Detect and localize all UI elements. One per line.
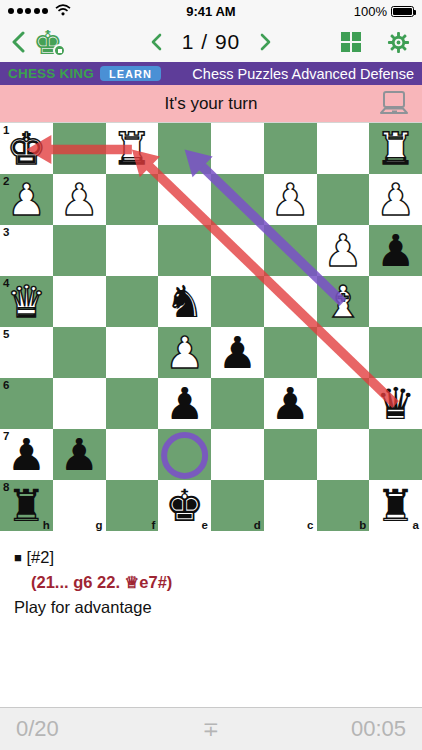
square-g4[interactable] [53, 276, 106, 327]
black-pawn-h7[interactable]: ♟ [0, 429, 53, 480]
square-f8[interactable]: f [106, 480, 159, 531]
square-d7[interactable] [211, 429, 264, 480]
black-queen-a6[interactable]: ♛ [369, 378, 422, 429]
square-a8[interactable]: a♜ [369, 480, 422, 531]
square-b1[interactable] [317, 123, 370, 174]
square-a3[interactable]: ♟ [369, 225, 422, 276]
white-pawn-g2[interactable]: ♟ [53, 174, 106, 225]
black-rook-h8[interactable]: ♜ [0, 480, 53, 531]
square-c4[interactable] [264, 276, 317, 327]
square-c6[interactable]: ♟ [264, 378, 317, 429]
square-a5[interactable] [369, 327, 422, 378]
square-b7[interactable] [317, 429, 370, 480]
turn-message: It's your turn [164, 94, 257, 114]
square-a4[interactable] [369, 276, 422, 327]
rank-label: 5 [3, 328, 9, 340]
square-b3[interactable]: ♟ [317, 225, 370, 276]
square-d5[interactable]: ♟ [211, 327, 264, 378]
square-b8[interactable]: b [317, 480, 370, 531]
black-pawn-g7[interactable]: ♟ [53, 429, 106, 480]
square-c7[interactable] [264, 429, 317, 480]
white-queen-h4[interactable]: ♛ [0, 276, 53, 327]
square-c1[interactable] [264, 123, 317, 174]
square-a7[interactable] [369, 429, 422, 480]
turn-banner: It's your turn [0, 85, 422, 122]
square-d1[interactable] [211, 123, 264, 174]
puzzle-counter: 1 / 90 [182, 30, 241, 54]
side-to-move-indicator: ■ [14, 550, 22, 565]
square-b2[interactable] [317, 174, 370, 225]
back-button[interactable] [12, 31, 25, 53]
white-pawn-e5[interactable]: ♟ [158, 327, 211, 378]
white-pawn-a2[interactable]: ♟ [369, 174, 422, 225]
grid-icon [341, 32, 362, 53]
puzzle-instruction: Play for advantage [14, 598, 408, 617]
black-pawn-e6[interactable]: ♟ [158, 378, 211, 429]
white-king-h1[interactable]: ♚ [0, 123, 53, 174]
battery-percent: 100% [354, 4, 387, 19]
white-pawn-h2[interactable]: ♟ [0, 174, 53, 225]
square-a2[interactable]: ♟ [369, 174, 422, 225]
square-f3[interactable] [106, 225, 159, 276]
square-a6[interactable]: ♛ [369, 378, 422, 429]
footer-bar: ∓ 0/20 00:05 [0, 707, 422, 750]
square-d4[interactable] [211, 276, 264, 327]
puzzle-task: [#2] [26, 548, 54, 566]
square-h1[interactable]: 1♚ [0, 123, 53, 174]
course-title: Chess Puzzles Advanced Defense [192, 66, 414, 82]
square-h8[interactable]: 8h♜ [0, 480, 53, 531]
square-g5[interactable] [53, 327, 106, 378]
black-pawn-d5[interactable]: ♟ [211, 327, 264, 378]
settings-button[interactable] [387, 31, 410, 54]
square-g3[interactable] [53, 225, 106, 276]
square-g7[interactable]: ♟ [53, 429, 106, 480]
brand-learn-badge: LEARN [100, 66, 161, 81]
square-e5[interactable]: ♟ [158, 327, 211, 378]
square-g6[interactable] [53, 378, 106, 429]
square-e8[interactable]: e♚ [158, 480, 211, 531]
square-e6[interactable]: ♟ [158, 378, 211, 429]
white-pawn-c2[interactable]: ♟ [264, 174, 317, 225]
square-d3[interactable] [211, 225, 264, 276]
elapsed-time: 00:05 [351, 716, 406, 742]
square-e1[interactable] [158, 123, 211, 174]
square-h6[interactable]: 6 [0, 378, 53, 429]
chess-king-logo-icon: ♚ [33, 26, 63, 59]
gear-icon [387, 31, 410, 54]
square-e2[interactable] [158, 174, 211, 225]
black-king-e8[interactable]: ♚ [158, 480, 211, 531]
square-g2[interactable]: ♟ [53, 174, 106, 225]
square-h2[interactable]: 2♟ [0, 174, 53, 225]
chess-board-area: 1♚♜♜2♟♟♟♟3♟♟4♛♞♝5♟♟6♟♟♛7♟♟8h♜gfe♚dcba♜ [0, 122, 422, 531]
solution-variation: (21... g6 22. ♕e7#) [31, 573, 408, 592]
square-f2[interactable] [106, 174, 159, 225]
square-e7[interactable] [158, 429, 211, 480]
course-title-bar: CHESS KING LEARN Chess Puzzles Advanced … [0, 62, 422, 85]
square-c2[interactable]: ♟ [264, 174, 317, 225]
square-d8[interactable]: d [211, 480, 264, 531]
battery-icon [391, 6, 414, 17]
square-e3[interactable] [158, 225, 211, 276]
file-label: f [151, 519, 155, 531]
white-rook-f1[interactable]: ♜ [106, 123, 159, 174]
brand-chess-king: CHESS KING [8, 66, 94, 81]
rank-label: 3 [3, 226, 9, 238]
square-f4[interactable] [106, 276, 159, 327]
square-e4[interactable]: ♞ [158, 276, 211, 327]
white-pawn-b3[interactable]: ♟ [317, 225, 370, 276]
puzzle-list-grid-button[interactable] [341, 32, 362, 53]
square-b5[interactable] [317, 327, 370, 378]
square-g1[interactable] [53, 123, 106, 174]
nav-bar: ♚ 1 / 90 [0, 22, 422, 62]
square-f7[interactable] [106, 429, 159, 480]
previous-puzzle-button[interactable] [151, 33, 162, 51]
file-label: c [307, 519, 313, 531]
square-a1[interactable]: ♜ [369, 123, 422, 174]
puzzle-notes: ■ [#2] (21... g6 22. ♕e7#) Play for adva… [0, 531, 422, 707]
square-c5[interactable] [264, 327, 317, 378]
square-f6[interactable] [106, 378, 159, 429]
square-b6[interactable] [317, 378, 370, 429]
file-label: b [359, 519, 366, 531]
square-c8[interactable]: c [264, 480, 317, 531]
white-rook-a1[interactable]: ♜ [369, 123, 422, 174]
black-knight-e4[interactable]: ♞ [158, 276, 211, 327]
square-f1[interactable]: ♜ [106, 123, 159, 174]
square-g8[interactable]: g [53, 480, 106, 531]
square-d2[interactable] [211, 174, 264, 225]
white-bishop-b4[interactable]: ♝ [317, 276, 370, 327]
black-pawn-a3[interactable]: ♟ [369, 225, 422, 276]
square-h7[interactable]: 7♟ [0, 429, 53, 480]
square-c3[interactable] [264, 225, 317, 276]
rank-label: 6 [3, 379, 9, 391]
square-h3[interactable]: 3 [0, 225, 53, 276]
square-d6[interactable] [211, 378, 264, 429]
file-label: g [95, 519, 102, 531]
black-pawn-c6[interactable]: ♟ [264, 378, 317, 429]
square-h4[interactable]: 4♛ [0, 276, 53, 327]
file-label: d [254, 519, 261, 531]
black-rook-a8[interactable]: ♜ [369, 480, 422, 531]
square-f5[interactable] [106, 327, 159, 378]
status-bar: 9:41 AM 100% [0, 0, 422, 22]
chess-board: 1♚♜♜2♟♟♟♟3♟♟4♛♞♝5♟♟6♟♟♛7♟♟8h♜gfe♚dcba♜ [0, 123, 422, 531]
next-puzzle-button[interactable] [260, 33, 271, 51]
square-h5[interactable]: 5 [0, 327, 53, 378]
engine-laptop-icon[interactable] [377, 90, 411, 122]
square-b4[interactable]: ♝ [317, 276, 370, 327]
